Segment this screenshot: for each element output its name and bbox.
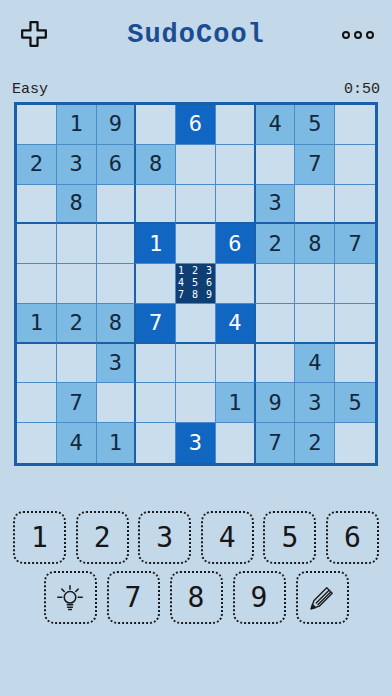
pencil-icon [305,581,339,615]
cell-r9c1[interactable] [17,423,57,463]
sudoku-grid: 196452368783162871 2 34 5 67 8 912874347… [14,102,378,466]
cell-r3c5[interactable] [176,185,216,225]
cell-r2c4[interactable]: 8 [136,145,176,185]
cell-r6c9[interactable] [335,304,375,344]
digit-button-4[interactable]: 4 [201,511,254,564]
cell-r9c5[interactable]: 3 [176,423,216,463]
cell-r5c8[interactable] [295,264,335,304]
hint-button[interactable] [44,571,97,624]
cell-r4c9[interactable]: 7 [335,224,375,264]
cell-r1c6[interactable] [216,105,256,145]
cell-r4c8[interactable]: 8 [295,224,335,264]
plus-icon [18,18,50,53]
cell-r5c7[interactable] [256,264,296,304]
cell-r2c3[interactable]: 6 [97,145,137,185]
cell-r3c9[interactable] [335,185,375,225]
cell-r3c1[interactable] [17,185,57,225]
cell-r8c7[interactable]: 9 [256,383,296,423]
cell-r1c2[interactable]: 1 [57,105,97,145]
new-game-button[interactable] [16,17,52,53]
cell-r5c2[interactable] [57,264,97,304]
cell-r4c2[interactable] [57,224,97,264]
cell-r6c6[interactable]: 4 [216,304,256,344]
cell-r2c8[interactable]: 7 [295,145,335,185]
cell-r3c3[interactable] [97,185,137,225]
cell-r6c2[interactable]: 2 [57,304,97,344]
cell-r5c3[interactable] [97,264,137,304]
cell-r9c4[interactable] [136,423,176,463]
cell-r8c1[interactable] [17,383,57,423]
cell-r6c3[interactable]: 8 [97,304,137,344]
cell-r1c1[interactable] [17,105,57,145]
cell-r9c3[interactable]: 1 [97,423,137,463]
cell-r7c7[interactable] [256,344,296,384]
status-row: Easy 0:50 [12,80,380,98]
lightbulb-icon [53,581,87,615]
cell-r6c4[interactable]: 7 [136,304,176,344]
cell-r7c5[interactable] [176,344,216,384]
cell-r4c7[interactable]: 2 [256,224,296,264]
cell-r2c6[interactable] [216,145,256,185]
cell-r5c5[interactable]: 1 2 34 5 67 8 9 [176,264,216,304]
cell-r1c5[interactable]: 6 [176,105,216,145]
cell-r7c3[interactable]: 3 [97,344,137,384]
cell-r4c3[interactable] [97,224,137,264]
cell-r3c7[interactable]: 3 [256,185,296,225]
cell-r7c8[interactable]: 4 [295,344,335,384]
cell-r8c3[interactable] [97,383,137,423]
cell-r4c4[interactable]: 1 [136,224,176,264]
cell-r1c8[interactable]: 5 [295,105,335,145]
digit-button-7[interactable]: 7 [107,571,160,624]
cell-r3c2[interactable]: 8 [57,185,97,225]
digit-button-2[interactable]: 2 [76,511,129,564]
cell-r8c2[interactable]: 7 [57,383,97,423]
numpad-row-2: 7 8 9 [0,571,392,624]
pencil-marks-line: 7 8 9 [178,289,213,301]
cell-r3c6[interactable] [216,185,256,225]
cell-r2c2[interactable]: 3 [57,145,97,185]
cell-r2c9[interactable] [335,145,375,185]
cell-r7c4[interactable] [136,344,176,384]
digit-button-5[interactable]: 5 [263,511,316,564]
digit-button-6[interactable]: 6 [326,511,379,564]
numpad-row-1: 1 2 3 4 5 6 [13,511,379,564]
cell-r6c7[interactable] [256,304,296,344]
digit-button-8[interactable]: 8 [170,571,223,624]
cell-r3c4[interactable] [136,185,176,225]
cell-r9c8[interactable]: 2 [295,423,335,463]
cell-r5c6[interactable] [216,264,256,304]
cell-r5c1[interactable] [17,264,57,304]
cell-r9c7[interactable]: 7 [256,423,296,463]
ellipsis-icon [342,31,374,39]
cell-r8c6[interactable]: 1 [216,383,256,423]
cell-r3c8[interactable] [295,185,335,225]
cell-r9c9[interactable] [335,423,375,463]
cell-r1c4[interactable] [136,105,176,145]
cell-r9c6[interactable] [216,423,256,463]
cell-r2c1[interactable]: 2 [17,145,57,185]
cell-r1c7[interactable]: 4 [256,105,296,145]
digit-button-3[interactable]: 3 [138,511,191,564]
cell-r7c9[interactable] [335,344,375,384]
cell-r8c8[interactable]: 3 [295,383,335,423]
cell-r2c7[interactable] [256,145,296,185]
cell-r7c1[interactable] [17,344,57,384]
cell-r7c6[interactable] [216,344,256,384]
cell-r6c1[interactable]: 1 [17,304,57,344]
cell-r2c5[interactable] [176,145,216,185]
cell-r5c9[interactable] [335,264,375,304]
menu-button[interactable] [340,17,376,53]
cell-r8c9[interactable]: 5 [335,383,375,423]
timer: 0:50 [344,81,380,98]
pencil-marks-line: 1 2 3 [178,265,213,277]
difficulty-label: Easy [12,81,48,98]
page-title: SudoCool [127,20,265,50]
header: SudoCool [0,0,392,54]
cell-r9c2[interactable]: 4 [57,423,97,463]
cell-r8c5[interactable] [176,383,216,423]
cell-r6c8[interactable] [295,304,335,344]
cell-r4c1[interactable] [17,224,57,264]
cell-r4c6[interactable]: 6 [216,224,256,264]
pencil-marks-line: 4 5 6 [178,277,213,289]
digit-button-9[interactable]: 9 [233,571,286,624]
digit-button-1[interactable]: 1 [13,511,66,564]
cell-r4c5[interactable] [176,224,216,264]
cell-r5c4[interactable] [136,264,176,304]
cell-r1c3[interactable]: 9 [97,105,137,145]
cell-r8c4[interactable] [136,383,176,423]
cell-r6c5[interactable] [176,304,216,344]
cell-r7c2[interactable] [57,344,97,384]
cell-r1c9[interactable] [335,105,375,145]
pencil-notes-button[interactable] [296,571,349,624]
